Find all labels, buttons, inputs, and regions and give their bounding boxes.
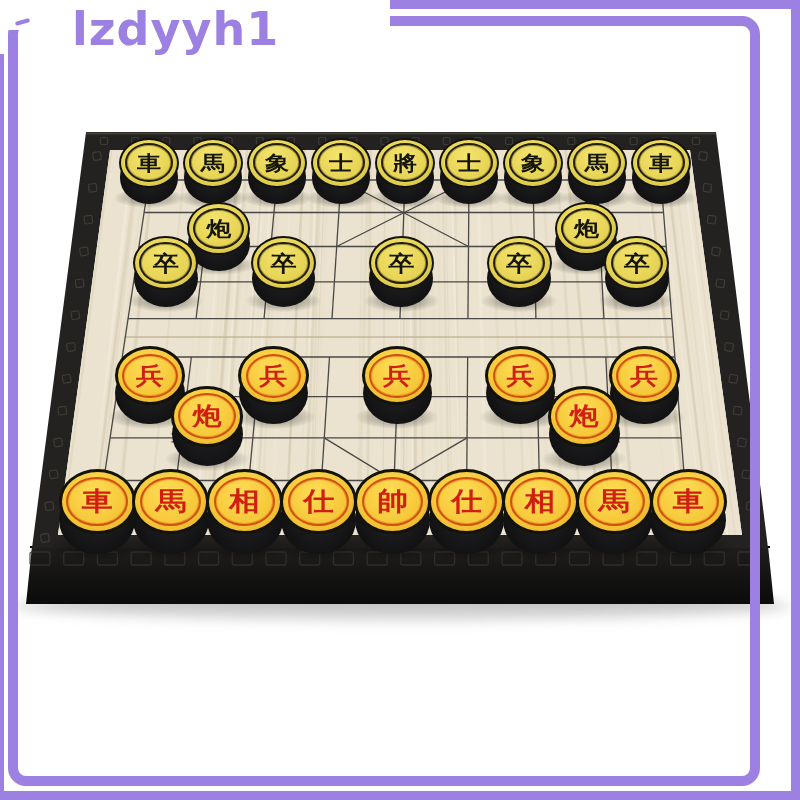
xiangqi-board [0,0,800,800]
product-photo: 車馬象士將士象馬車炮炮卒卒卒卒卒兵兵兵兵兵炮炮車馬相仕帥仕相馬車 lzdyyh1 [0,0,800,800]
